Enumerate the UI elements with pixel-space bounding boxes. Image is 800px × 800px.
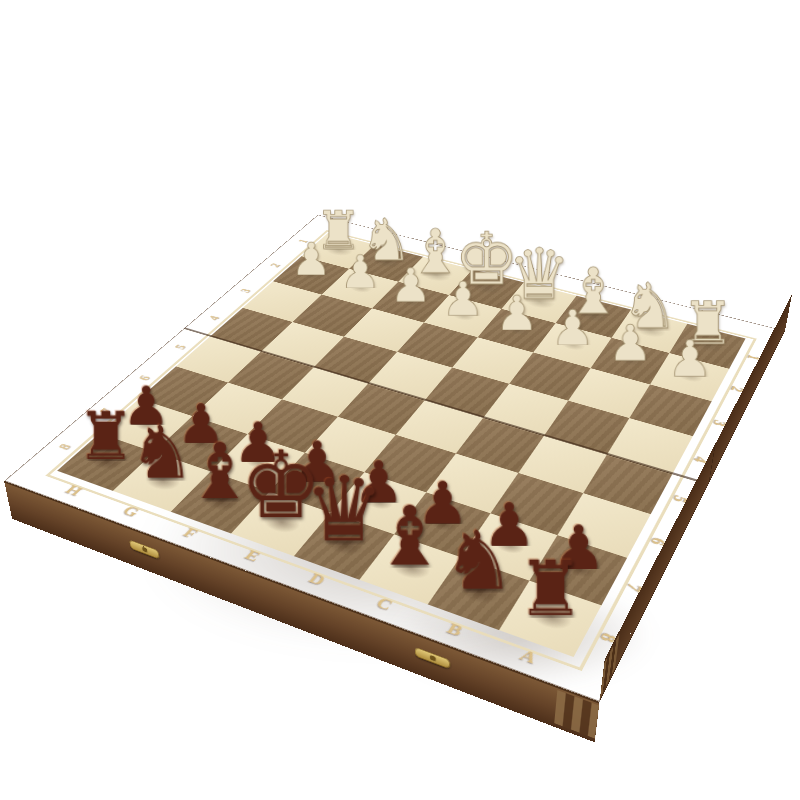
rank-label-left-3: 3 [237, 287, 253, 294]
rank-label-left-5: 5 [171, 343, 188, 351]
finger-joints [554, 690, 599, 739]
clasp-pin [142, 547, 147, 553]
scene-3d: HGFEDCBA 12345678 12345678 ♜♞♝♛♚♝♞♜♟♟♟♟♟… [0, 0, 800, 800]
brass-clasp-icon [129, 539, 160, 559]
rank-label-left-7: 7 [96, 407, 115, 416]
finger-joints [600, 633, 620, 698]
clasp-pin [430, 655, 436, 661]
product-photo-stage: HGFEDCBA 12345678 12345678 ♜♞♝♛♚♝♞♜♟♟♟♟♟… [0, 0, 800, 800]
rank-label-left-6: 6 [135, 374, 153, 382]
rank-label-left-8: 8 [55, 442, 74, 451]
brass-clasp-icon [415, 647, 451, 670]
rank-label-left-2: 2 [267, 262, 283, 268]
rank-label-left-1: 1 [295, 238, 310, 244]
chess-board: HGFEDCBA 12345678 12345678 ♜♞♝♛♚♝♞♜♟♟♟♟♟… [4, 215, 785, 702]
rank-label-left-4: 4 [205, 314, 222, 321]
fold-seam-side [708, 443, 715, 484]
